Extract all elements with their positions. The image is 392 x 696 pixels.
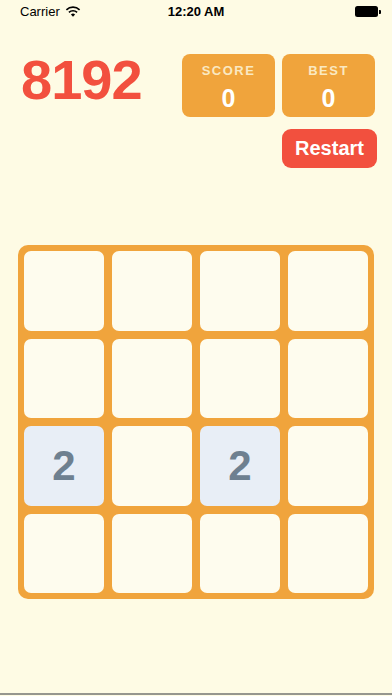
empty-cell-r0c1 — [112, 251, 192, 331]
empty-cell-r2c3 — [288, 426, 368, 506]
empty-cell-r1c2 — [200, 339, 280, 419]
status-bar: Carrier 12:20 AM — [0, 0, 392, 22]
empty-cell-r3c0 — [24, 514, 104, 594]
tile-2-r2c2: 2 — [200, 426, 280, 506]
empty-cell-r0c0 — [24, 251, 104, 331]
empty-cell-r1c1 — [112, 339, 192, 419]
app-screen: Carrier 12:20 AM 8192 SCORE 0 BEST 0 Res… — [0, 0, 392, 696]
score-label: SCORE — [182, 63, 275, 78]
empty-cell-r3c2 — [200, 514, 280, 594]
empty-cell-r3c1 — [112, 514, 192, 594]
score-box: SCORE 0 — [182, 54, 275, 117]
status-time: 12:20 AM — [0, 4, 392, 19]
best-box: BEST 0 — [282, 54, 375, 117]
restart-button[interactable]: Restart — [282, 129, 377, 168]
game-title: 8192 — [21, 52, 142, 108]
empty-cell-r3c3 — [288, 514, 368, 594]
score-value: 0 — [182, 84, 275, 113]
empty-cell-r0c3 — [288, 251, 368, 331]
empty-cell-r1c0 — [24, 339, 104, 419]
empty-cell-r1c3 — [288, 339, 368, 419]
empty-cell-r2c1 — [112, 426, 192, 506]
screen-bottom-divider — [0, 693, 392, 695]
empty-cell-r0c2 — [200, 251, 280, 331]
best-label: BEST — [282, 63, 375, 78]
best-value: 0 — [282, 84, 375, 113]
tile-2-r2c0: 2 — [24, 426, 104, 506]
battery-icon — [355, 6, 378, 17]
board-grid[interactable]: 22 — [18, 245, 374, 599]
